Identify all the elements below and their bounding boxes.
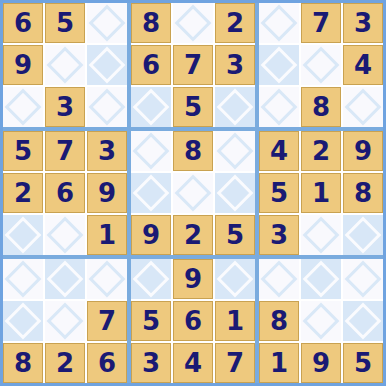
- cell-r4c2: 7: [45, 131, 85, 171]
- diamond-marker: [47, 303, 84, 340]
- cell-r6c5: 2: [173, 215, 213, 255]
- cell-r7c4[interactable]: [131, 259, 171, 299]
- cell-r4c1: 5: [3, 131, 43, 171]
- diamond-marker: [217, 89, 254, 126]
- cell-r7c6[interactable]: [215, 259, 255, 299]
- diamond-marker: [261, 47, 298, 84]
- cell-r6c3: 1: [87, 215, 127, 255]
- cell-r2c2[interactable]: [45, 45, 85, 85]
- cell-r8c4: 5: [131, 301, 171, 341]
- cell-r5c2: 6: [45, 173, 85, 213]
- diamond-marker: [345, 303, 382, 340]
- cell-r2c5: 7: [173, 45, 213, 85]
- cell-r3c6[interactable]: [215, 87, 255, 127]
- diamond-marker: [261, 5, 298, 42]
- diamond-marker: [133, 261, 170, 298]
- cell-r7c9[interactable]: [343, 259, 383, 299]
- cell-r9c2: 2: [45, 343, 85, 383]
- diamond-marker: [89, 261, 126, 298]
- diamond-marker: [47, 217, 84, 254]
- cell-r9c9: 5: [343, 343, 383, 383]
- cell-r2c1: 9: [3, 45, 43, 85]
- cell-r9c3: 6: [87, 343, 127, 383]
- cell-r3c8: 8: [301, 87, 341, 127]
- cell-r3c1[interactable]: [3, 87, 43, 127]
- diamond-marker: [261, 261, 298, 298]
- cell-r6c9[interactable]: [343, 215, 383, 255]
- cell-r8c1[interactable]: [3, 301, 43, 341]
- cell-r7c3[interactable]: [87, 259, 127, 299]
- diamond-marker: [89, 47, 126, 84]
- diamond-marker: [47, 261, 84, 298]
- cell-r9c1: 8: [3, 343, 43, 383]
- cell-r4c7: 4: [259, 131, 299, 171]
- cell-r7c7[interactable]: [259, 259, 299, 299]
- cell-r8c8[interactable]: [301, 301, 341, 341]
- cell-r8c2[interactable]: [45, 301, 85, 341]
- cell-r6c8[interactable]: [301, 215, 341, 255]
- cell-r1c4: 8: [131, 3, 171, 43]
- diamond-marker: [303, 261, 340, 298]
- cell-r5c1: 2: [3, 173, 43, 213]
- cell-r5c3: 9: [87, 173, 127, 213]
- cell-r6c6: 5: [215, 215, 255, 255]
- cell-r8c5: 6: [173, 301, 213, 341]
- cell-r1c2: 5: [45, 3, 85, 43]
- cell-r4c6[interactable]: [215, 131, 255, 171]
- cell-r2c9: 4: [343, 45, 383, 85]
- cell-r5c7: 5: [259, 173, 299, 213]
- diamond-marker: [5, 89, 42, 126]
- cell-r4c8: 2: [301, 131, 341, 171]
- diamond-marker: [5, 217, 42, 254]
- cell-r6c2[interactable]: [45, 215, 85, 255]
- diamond-marker: [133, 89, 170, 126]
- diamond-marker: [5, 261, 42, 298]
- diamond-marker: [133, 133, 170, 170]
- cell-r9c4: 3: [131, 343, 171, 383]
- cell-r9c5: 4: [173, 343, 213, 383]
- diamond-marker: [345, 89, 382, 126]
- cell-r4c9: 9: [343, 131, 383, 171]
- diamond-marker: [133, 175, 170, 212]
- cell-r3c3[interactable]: [87, 87, 127, 127]
- cell-r9c8: 9: [301, 343, 341, 383]
- diamond-marker: [89, 89, 126, 126]
- cell-r1c7[interactable]: [259, 3, 299, 43]
- cell-r7c8[interactable]: [301, 259, 341, 299]
- cell-r5c6[interactable]: [215, 173, 255, 213]
- cell-r1c3[interactable]: [87, 3, 127, 43]
- cell-r3c5: 5: [173, 87, 213, 127]
- diamond-marker: [217, 261, 254, 298]
- diamond-marker: [47, 47, 84, 84]
- cell-r5c4[interactable]: [131, 173, 171, 213]
- cell-r8c9[interactable]: [343, 301, 383, 341]
- diamond-marker: [217, 133, 254, 170]
- cell-r4c5: 8: [173, 131, 213, 171]
- cell-r1c5[interactable]: [173, 3, 213, 43]
- cell-r1c6: 2: [215, 3, 255, 43]
- cell-r1c1: 6: [3, 3, 43, 43]
- diamond-marker: [345, 261, 382, 298]
- diamond-marker: [345, 217, 382, 254]
- cell-r8c7: 8: [259, 301, 299, 341]
- diamond-marker: [217, 175, 254, 212]
- cell-r3c9[interactable]: [343, 87, 383, 127]
- cell-r6c7: 3: [259, 215, 299, 255]
- diamond-marker: [303, 47, 340, 84]
- diamond-marker: [175, 5, 212, 42]
- cell-r7c1[interactable]: [3, 259, 43, 299]
- cell-r1c8: 7: [301, 3, 341, 43]
- cell-r6c4: 9: [131, 215, 171, 255]
- sudoku-board: 6582739673435857384292695181925397561882…: [0, 0, 386, 386]
- cell-r5c9: 8: [343, 173, 383, 213]
- cell-r2c8[interactable]: [301, 45, 341, 85]
- diamond-marker: [175, 175, 212, 212]
- cell-r7c5: 9: [173, 259, 213, 299]
- cell-r5c5[interactable]: [173, 173, 213, 213]
- cell-r2c4: 6: [131, 45, 171, 85]
- cell-r8c3: 7: [87, 301, 127, 341]
- diamond-marker: [5, 303, 42, 340]
- cell-r2c6: 3: [215, 45, 255, 85]
- cell-r9c6: 7: [215, 343, 255, 383]
- diamond-marker: [261, 89, 298, 126]
- cell-r4c4[interactable]: [131, 131, 171, 171]
- cell-r2c3[interactable]: [87, 45, 127, 85]
- cell-r3c2: 3: [45, 87, 85, 127]
- cell-r7c2[interactable]: [45, 259, 85, 299]
- diamond-marker: [303, 303, 340, 340]
- cell-r3c7[interactable]: [259, 87, 299, 127]
- diamond-marker: [303, 217, 340, 254]
- cell-r1c9: 3: [343, 3, 383, 43]
- cell-r4c3: 3: [87, 131, 127, 171]
- diamond-marker: [89, 5, 126, 42]
- cell-r5c8: 1: [301, 173, 341, 213]
- cell-r9c7: 1: [259, 343, 299, 383]
- cell-r2c7[interactable]: [259, 45, 299, 85]
- cell-r8c6: 1: [215, 301, 255, 341]
- cell-r3c4[interactable]: [131, 87, 171, 127]
- cell-r6c1[interactable]: [3, 215, 43, 255]
